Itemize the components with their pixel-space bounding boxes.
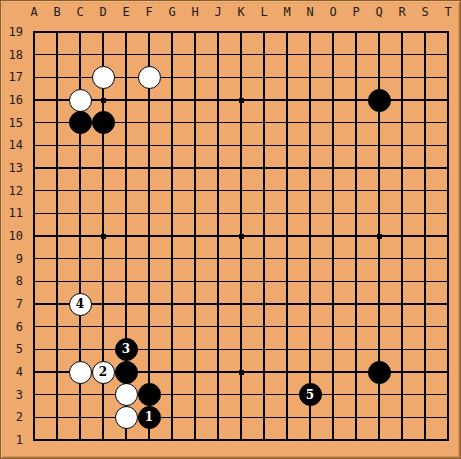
coord-label-col-Q: Q <box>371 5 387 19</box>
stone-black-Q16[interactable] <box>368 89 391 112</box>
stone-black-E5[interactable]: 3 <box>115 338 138 361</box>
coord-label-col-C: C <box>72 5 88 19</box>
grid-line-horizontal <box>33 394 449 396</box>
stone-white-C7[interactable]: 4 <box>69 293 92 316</box>
coord-label-row-10: 10 <box>4 229 23 243</box>
stone-white-F17[interactable] <box>138 66 161 89</box>
coord-label-row-11: 11 <box>4 206 23 220</box>
star-point-K10 <box>239 234 244 239</box>
stone-black-Q4[interactable] <box>368 361 391 384</box>
grid-line-horizontal <box>33 417 449 419</box>
grid-line-vertical <box>447 31 449 441</box>
star-point-Q10 <box>377 234 382 239</box>
star-point-K4 <box>239 370 244 375</box>
go-board[interactable]: ABCDEFGHJKLMNOPQRST 19181716151413121110… <box>0 0 461 459</box>
grid-line-horizontal <box>33 303 449 305</box>
coord-label-col-M: M <box>279 5 295 19</box>
move-number: 4 <box>76 298 84 310</box>
grid-line-vertical <box>355 31 357 441</box>
stone-white-D17[interactable] <box>92 66 115 89</box>
coord-label-row-18: 18 <box>4 48 23 62</box>
stone-white-C16[interactable] <box>69 89 92 112</box>
grid-line-horizontal <box>33 326 449 328</box>
coord-label-row-7: 7 <box>4 297 23 311</box>
coord-label-row-8: 8 <box>4 274 23 288</box>
coord-label-col-A: A <box>26 5 42 19</box>
coord-label-row-3: 3 <box>4 388 23 402</box>
coord-label-col-P: P <box>348 5 364 19</box>
stone-black-F3[interactable] <box>138 383 161 406</box>
grid-line-vertical <box>309 31 311 441</box>
move-number: 5 <box>306 389 314 401</box>
coord-label-row-5: 5 <box>4 342 23 356</box>
coord-label-col-N: N <box>302 5 318 19</box>
grid-line-vertical <box>401 31 403 441</box>
coord-label-col-S: S <box>417 5 433 19</box>
grid-line-horizontal <box>33 349 449 351</box>
coord-label-row-12: 12 <box>4 184 23 198</box>
coord-label-col-B: B <box>49 5 65 19</box>
stone-black-F2[interactable]: 1 <box>138 406 161 429</box>
stone-white-C4[interactable] <box>69 361 92 384</box>
star-point-D16 <box>101 98 106 103</box>
grid-line-vertical <box>286 31 288 441</box>
move-number: 3 <box>122 343 130 355</box>
coord-label-row-17: 17 <box>4 70 23 84</box>
move-number: 2 <box>99 366 107 378</box>
stone-black-N3[interactable]: 5 <box>299 383 322 406</box>
stone-white-E2[interactable] <box>115 406 138 429</box>
grid-line-vertical <box>332 31 334 441</box>
coord-label-col-L: L <box>256 5 272 19</box>
stone-white-E3[interactable] <box>115 383 138 406</box>
stone-black-C15[interactable] <box>69 111 92 134</box>
star-point-K16 <box>239 98 244 103</box>
coord-label-col-E: E <box>118 5 134 19</box>
move-number: 1 <box>145 411 153 423</box>
coord-label-row-2: 2 <box>4 410 23 424</box>
stone-white-D4[interactable]: 2 <box>92 361 115 384</box>
grid-line-horizontal <box>33 258 449 260</box>
coord-label-col-F: F <box>141 5 157 19</box>
coord-label-col-H: H <box>187 5 203 19</box>
coord-label-row-15: 15 <box>4 116 23 130</box>
coord-label-col-T: T <box>440 5 456 19</box>
coord-label-row-4: 4 <box>4 365 23 379</box>
coord-label-col-G: G <box>164 5 180 19</box>
grid-line-horizontal <box>33 281 449 283</box>
coord-label-col-K: K <box>233 5 249 19</box>
coord-label-col-D: D <box>95 5 111 19</box>
grid-line-horizontal <box>33 439 449 441</box>
grid-line-vertical <box>263 31 265 441</box>
coord-label-row-19: 19 <box>4 25 23 39</box>
stone-black-D15[interactable] <box>92 111 115 134</box>
coord-label-row-6: 6 <box>4 320 23 334</box>
coord-label-row-13: 13 <box>4 161 23 175</box>
coord-label-col-J: J <box>210 5 226 19</box>
coord-label-row-1: 1 <box>4 433 23 447</box>
stone-black-E4[interactable] <box>115 361 138 384</box>
coord-label-row-9: 9 <box>4 252 23 266</box>
star-point-D10 <box>101 234 106 239</box>
grid-line-vertical <box>424 31 426 441</box>
coord-label-row-16: 16 <box>4 93 23 107</box>
coord-label-col-O: O <box>325 5 341 19</box>
coord-label-col-R: R <box>394 5 410 19</box>
coord-label-row-14: 14 <box>4 138 23 152</box>
